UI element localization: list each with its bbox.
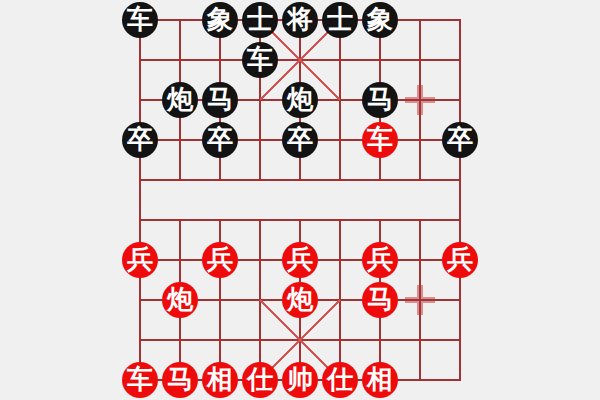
red-soldier[interactable]: 兵: [282, 242, 318, 278]
red-general[interactable]: 帅: [282, 362, 318, 398]
move-origin-marker: [400, 80, 440, 120]
black-chariot[interactable]: 车: [122, 2, 158, 38]
marker-corner: [421, 285, 435, 299]
red-soldier[interactable]: 兵: [122, 242, 158, 278]
black-soldier[interactable]: 卒: [122, 122, 158, 158]
marker-corner: [405, 285, 419, 299]
marker-corner: [421, 301, 435, 315]
marker-corner: [421, 101, 435, 115]
red-soldier[interactable]: 兵: [202, 242, 238, 278]
red-chariot[interactable]: 车: [122, 362, 158, 398]
red-chariot[interactable]: 车: [362, 122, 398, 158]
black-elephant[interactable]: 象: [362, 2, 398, 38]
marker-corner: [421, 85, 435, 99]
black-general[interactable]: 将: [282, 2, 318, 38]
black-elephant[interactable]: 象: [202, 2, 238, 38]
xiangqi-app: 车象士将士象车炮马炮马卒卒卒卒车兵兵兵兵兵炮炮马车马相仕帅仕相: [0, 0, 600, 400]
red-cannon[interactable]: 炮: [162, 282, 198, 318]
red-soldier[interactable]: 兵: [442, 242, 478, 278]
red-advisor[interactable]: 仕: [322, 362, 358, 398]
black-horse[interactable]: 马: [362, 82, 398, 118]
black-advisor[interactable]: 士: [242, 2, 278, 38]
red-elephant[interactable]: 相: [202, 362, 238, 398]
marker-corner: [405, 85, 419, 99]
black-soldier[interactable]: 卒: [282, 122, 318, 158]
black-horse[interactable]: 马: [202, 82, 238, 118]
red-elephant[interactable]: 相: [362, 362, 398, 398]
red-advisor[interactable]: 仕: [242, 362, 278, 398]
black-cannon[interactable]: 炮: [282, 82, 318, 118]
black-chariot[interactable]: 车: [242, 42, 278, 78]
black-advisor[interactable]: 士: [322, 2, 358, 38]
red-horse[interactable]: 马: [162, 362, 198, 398]
xiangqi-board[interactable]: 车象士将士象车炮马炮马卒卒卒卒车兵兵兵兵兵炮炮马车马相仕帅仕相: [120, 0, 480, 400]
red-soldier[interactable]: 兵: [362, 242, 398, 278]
black-cannon[interactable]: 炮: [162, 82, 198, 118]
red-cannon[interactable]: 炮: [282, 282, 318, 318]
black-soldier[interactable]: 卒: [202, 122, 238, 158]
black-soldier[interactable]: 卒: [442, 122, 478, 158]
marker-corner: [405, 101, 419, 115]
marker-corner: [405, 301, 419, 315]
move-origin-marker: [400, 280, 440, 320]
red-horse[interactable]: 马: [362, 282, 398, 318]
